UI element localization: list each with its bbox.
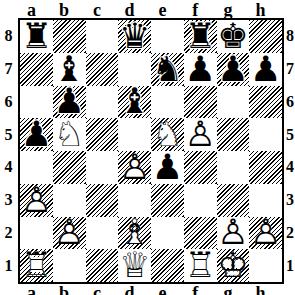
square-b8[interactable] [53,20,86,53]
square-g5[interactable] [217,118,250,151]
black-pawn[interactable]: ♟ [249,53,282,86]
square-c8[interactable] [86,20,119,53]
rank-label-2: 2 [5,224,13,242]
rank-label-2: 2 [286,224,294,242]
square-g6[interactable] [217,86,250,119]
file-label-a: a [27,283,36,295]
square-h4[interactable] [249,151,282,184]
square-d6[interactable]: ♝ [118,86,151,119]
chess-diagram: abcdefgh 87654321 87654321 ♜♛♜♚♝♞♟♟♟♟♝♟♞… [0,0,295,295]
rank-label-4: 4 [286,158,294,176]
black-rook[interactable]: ♜ [20,20,53,53]
square-b1[interactable] [53,249,86,282]
square-h1[interactable] [249,249,282,282]
square-c3[interactable] [86,184,119,217]
square-g1[interactable]: ♚♔ [217,249,250,282]
piece-glyph: ♝ [118,86,151,119]
piece-glyph: ♟ [249,53,282,86]
white-pawn[interactable]: ♟♙ [53,217,86,250]
square-a7[interactable] [20,53,53,86]
rank-label-5: 5 [286,126,294,144]
rank-label-8: 8 [286,27,294,45]
black-pawn[interactable]: ♟ [184,53,217,86]
piece-glyph: ♚ [217,20,250,53]
square-h6[interactable] [249,86,282,119]
rank-label-1: 1 [286,257,294,275]
black-knight[interactable]: ♞ [151,53,184,86]
black-queen[interactable]: ♛ [118,20,151,53]
square-c4[interactable] [86,151,119,184]
square-c6[interactable] [86,86,119,119]
piece-outline-layer: ♔ [217,249,250,282]
black-rook[interactable]: ♜ [184,20,217,53]
piece-outline-layer: ♙ [53,217,86,250]
black-pawn[interactable]: ♟ [217,53,250,86]
square-h8[interactable] [249,20,282,53]
square-b4[interactable] [53,151,86,184]
white-king[interactable]: ♚♔ [217,249,250,282]
piece-glyph: ♟ [20,118,53,151]
square-e4[interactable]: ♟ [151,151,184,184]
white-knight[interactable]: ♞♘ [53,118,86,151]
white-rook[interactable]: ♜♖ [184,249,217,282]
square-e1[interactable] [151,249,184,282]
piece-glyph: ♞ [151,53,184,86]
rank-label-3: 3 [5,191,13,209]
square-g4[interactable] [217,151,250,184]
file-labels-top: abcdefgh [20,0,282,17]
piece-outline-layer: ♕ [118,249,151,282]
square-f4[interactable] [184,151,217,184]
square-a8[interactable]: ♜ [20,20,53,53]
file-label-h: h [256,283,266,295]
square-e3[interactable] [151,184,184,217]
square-a3[interactable]: ♟♙ [20,184,53,217]
white-pawn[interactable]: ♟♙ [20,184,53,217]
piece-glyph: ♛ [118,20,151,53]
square-c1[interactable] [86,249,119,282]
square-b5[interactable]: ♞♘ [53,118,86,151]
square-a4[interactable] [20,151,53,184]
piece-outline-layer: ♖ [20,249,53,282]
white-rook[interactable]: ♜♖ [20,249,53,282]
file-label-f: f [192,283,198,295]
file-label-e: e [158,283,166,295]
file-label-c: c [93,283,101,295]
file-label-b: b [59,283,69,295]
white-pawn[interactable]: ♟♙ [118,151,151,184]
black-bishop[interactable]: ♝ [118,86,151,119]
piece-glyph: ♟ [217,53,250,86]
piece-glyph: ♟ [184,53,217,86]
black-pawn[interactable]: ♟ [20,118,53,151]
rank-label-7: 7 [286,60,294,78]
square-d4[interactable]: ♟♙ [118,151,151,184]
rank-label-6: 6 [286,93,294,111]
square-f3[interactable] [184,184,217,217]
piece-outline-layer: ♙ [184,118,217,151]
square-e2[interactable] [151,217,184,250]
square-c5[interactable] [86,118,119,151]
rank-label-6: 6 [5,93,13,111]
square-e8[interactable] [151,20,184,53]
file-labels-bottom: abcdefgh [20,283,282,295]
square-h2[interactable]: ♟♙ [249,217,282,250]
square-f8[interactable]: ♜ [184,20,217,53]
piece-outline-layer: ♙ [20,184,53,217]
square-c2[interactable] [86,217,119,250]
white-pawn[interactable]: ♟♙ [184,118,217,151]
white-pawn[interactable]: ♟♙ [249,217,282,250]
piece-glyph: ♜ [184,20,217,53]
square-g8[interactable]: ♚ [217,20,250,53]
square-a5[interactable]: ♟ [20,118,53,151]
piece-outline-layer: ♙ [249,217,282,250]
black-pawn[interactable]: ♟ [151,151,184,184]
chess-board: ♜♛♜♚♝♞♟♟♟♟♝♟♞♘♞♘♟♙♟♙♟♟♙♟♙♝♗♟♙♟♙♜♖♛♕♜♖♚♔ [18,18,284,284]
rank-label-1: 1 [5,257,13,275]
piece-outline-layer: ♘ [53,118,86,151]
piece-glyph: ♟ [151,151,184,184]
white-queen[interactable]: ♛♕ [118,249,151,282]
rank-label-4: 4 [5,158,13,176]
piece-outline-layer: ♖ [184,249,217,282]
square-a1[interactable]: ♜♖ [20,249,53,282]
rank-label-3: 3 [286,191,294,209]
square-h7[interactable]: ♟ [249,53,282,86]
square-c7[interactable] [86,53,119,86]
file-label-d: d [125,283,135,295]
piece-glyph: ♜ [20,20,53,53]
square-b2[interactable]: ♟♙ [53,217,86,250]
square-f7[interactable]: ♟ [184,53,217,86]
rank-label-5: 5 [5,126,13,144]
square-h5[interactable] [249,118,282,151]
rank-label-8: 8 [5,27,13,45]
square-g7[interactable]: ♟ [217,53,250,86]
piece-outline-layer: ♙ [118,151,151,184]
rank-labels-left: 87654321 [0,20,17,282]
square-f5[interactable]: ♟♙ [184,118,217,151]
rank-labels-right: 87654321 [285,20,295,282]
rank-label-7: 7 [5,60,13,78]
square-f1[interactable]: ♜♖ [184,249,217,282]
square-e7[interactable]: ♞ [151,53,184,86]
square-d8[interactable]: ♛ [118,20,151,53]
square-d1[interactable]: ♛♕ [118,249,151,282]
file-label-g: g [223,283,232,295]
black-king[interactable]: ♚ [217,20,250,53]
